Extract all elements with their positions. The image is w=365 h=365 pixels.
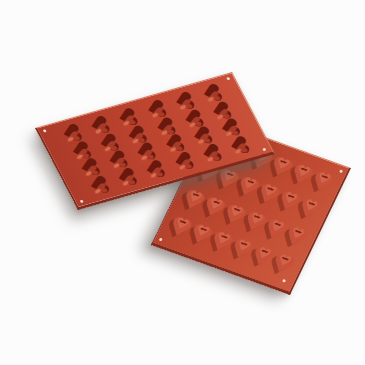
corner-hole — [262, 148, 266, 151]
corner-hole — [43, 129, 47, 132]
cavity-inner-heart-icon: ♥ — [204, 150, 222, 164]
cavity-inner-heart-icon: ♥ — [91, 182, 109, 196]
corner-hole — [226, 77, 230, 80]
cavity-inner-heart-icon: ♥ — [120, 174, 138, 188]
cavity-inner-heart-icon: ♥ — [232, 142, 250, 156]
product-photo-scene: ♥ ♥ ♥ ♥ ♥ ♥ ♥ ♥ ♥ ♥ ♥ ♥ ♥ ♥ ♥ ♥ ♥ ♥ ♥ ♥ … — [0, 0, 365, 365]
corner-hole — [339, 169, 343, 173]
cavity-inner-heart-icon: ♥ — [148, 166, 166, 180]
cavity-inner-heart-icon: ♥ — [176, 158, 194, 172]
corner-hole — [80, 200, 84, 203]
